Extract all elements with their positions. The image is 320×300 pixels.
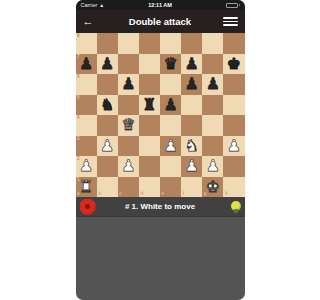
rank-label-1: 1 (77, 178, 80, 183)
piece-black-pawn[interactable]: ♟ (100, 56, 114, 72)
piece-white-knight[interactable]: ♞ (185, 138, 199, 154)
square-c6[interactable]: ♟ (118, 74, 139, 95)
piece-black-king[interactable]: ♚ (227, 56, 241, 72)
square-c8[interactable] (118, 33, 139, 54)
menu-button[interactable] (223, 17, 238, 26)
square-g2[interactable]: ♟ (202, 156, 223, 177)
rank-label-6: 6 (77, 75, 80, 80)
piece-white-queen[interactable]: ♛ (121, 117, 135, 133)
square-a5[interactable]: 5 (76, 95, 97, 116)
piece-white-pawn[interactable]: ♟ (121, 158, 135, 174)
file-label-c: c (119, 192, 122, 197)
piece-white-king[interactable]: ♚ (206, 179, 220, 195)
status-bar: Carrier ▲ 12:11 AM (76, 0, 245, 10)
square-e3[interactable]: ♟ (160, 136, 181, 157)
square-d3[interactable] (139, 136, 160, 157)
square-a6[interactable]: 6 (76, 74, 97, 95)
square-f3[interactable]: ♞ (181, 136, 202, 157)
square-d4[interactable] (139, 115, 160, 136)
rank-label-8: 8 (77, 34, 80, 39)
square-f6[interactable]: ♟ (181, 74, 202, 95)
square-f1[interactable]: f (181, 177, 202, 198)
hint-button[interactable] (231, 201, 241, 213)
nav-bar: ← Double attack (76, 10, 245, 33)
piece-black-pawn[interactable]: ♟ (185, 76, 199, 92)
piece-black-pawn[interactable]: ♟ (185, 56, 199, 72)
square-e4[interactable] (160, 115, 181, 136)
back-button[interactable]: ← (83, 16, 94, 27)
square-c5[interactable] (118, 95, 139, 116)
lightbulb-base-icon (234, 209, 238, 213)
square-e1[interactable]: e (160, 177, 181, 198)
square-d7[interactable] (139, 54, 160, 75)
square-h5[interactable] (223, 95, 244, 116)
piece-white-pawn[interactable]: ♟ (227, 138, 241, 154)
piece-white-rook[interactable]: ♜ (79, 179, 93, 195)
square-d8[interactable] (139, 33, 160, 54)
piece-black-pawn[interactable]: ♟ (79, 56, 93, 72)
square-b3[interactable]: ♟ (97, 136, 118, 157)
square-d1[interactable]: d (139, 177, 160, 198)
file-label-f: f (183, 192, 185, 197)
square-e5[interactable]: ♟ (160, 95, 181, 116)
clock-label: 12:11 AM (76, 2, 245, 8)
square-f2[interactable]: ♟ (181, 156, 202, 177)
piece-black-pawn[interactable]: ♟ (206, 76, 220, 92)
piece-white-pawn[interactable]: ♟ (79, 158, 93, 174)
square-a2[interactable]: 2♟ (76, 156, 97, 177)
square-c4[interactable]: ♛ (118, 115, 139, 136)
rank-label-2: 2 (77, 157, 80, 162)
square-a4[interactable]: 4 (76, 115, 97, 136)
file-label-g: g (204, 192, 207, 197)
move-status-label: # 1. White to move (76, 202, 245, 211)
square-b4[interactable] (97, 115, 118, 136)
square-a1[interactable]: 1a♜ (76, 177, 97, 198)
square-f7[interactable]: ♟ (181, 54, 202, 75)
square-b8[interactable] (97, 33, 118, 54)
square-b5[interactable]: ♞ (97, 95, 118, 116)
file-label-b: b (98, 192, 101, 197)
file-label-a: a (77, 192, 80, 197)
stop-button[interactable] (80, 199, 96, 215)
square-g7[interactable] (202, 54, 223, 75)
square-d5[interactable]: ♜ (139, 95, 160, 116)
rank-label-3: 3 (77, 137, 80, 142)
square-a7[interactable]: 7♟ (76, 54, 97, 75)
piece-black-rook[interactable]: ♜ (142, 97, 156, 113)
square-d6[interactable] (139, 74, 160, 95)
control-bar: # 1. White to move (76, 197, 245, 217)
square-h2[interactable] (223, 156, 244, 177)
square-b7[interactable]: ♟ (97, 54, 118, 75)
square-c1[interactable]: c (118, 177, 139, 198)
square-f4[interactable] (181, 115, 202, 136)
piece-white-pawn[interactable]: ♟ (206, 158, 220, 174)
piece-white-pawn[interactable]: ♟ (100, 138, 114, 154)
square-h8[interactable] (223, 33, 244, 54)
page-title: Double attack (76, 16, 245, 27)
square-c2[interactable]: ♟ (118, 156, 139, 177)
square-c3[interactable] (118, 136, 139, 157)
square-g1[interactable]: g♚ (202, 177, 223, 198)
square-e6[interactable] (160, 74, 181, 95)
square-h3[interactable]: ♟ (223, 136, 244, 157)
rank-label-7: 7 (77, 55, 80, 60)
file-label-h: h (225, 192, 228, 197)
piece-black-pawn[interactable]: ♟ (121, 76, 135, 92)
square-h1[interactable]: h (223, 177, 244, 198)
file-label-e: e (162, 192, 165, 197)
piece-black-queen[interactable]: ♛ (163, 56, 177, 72)
square-h7[interactable]: ♚ (223, 54, 244, 75)
square-f8[interactable] (181, 33, 202, 54)
file-label-d: d (140, 192, 143, 197)
square-d2[interactable] (139, 156, 160, 177)
battery-icon (226, 3, 238, 8)
rank-label-4: 4 (77, 116, 80, 121)
piece-black-knight[interactable]: ♞ (100, 97, 114, 113)
square-g6[interactable]: ♟ (202, 74, 223, 95)
square-h4[interactable] (223, 115, 244, 136)
square-e7[interactable]: ♛ (160, 54, 181, 75)
square-f5[interactable] (181, 95, 202, 116)
square-a8[interactable]: 8 (76, 33, 97, 54)
square-b1[interactable]: b (97, 177, 118, 198)
square-g8[interactable] (202, 33, 223, 54)
square-e8[interactable] (160, 33, 181, 54)
square-g3[interactable] (202, 136, 223, 157)
square-h6[interactable] (223, 74, 244, 95)
square-g5[interactable] (202, 95, 223, 116)
rank-label-5: 5 (77, 96, 80, 101)
piece-white-pawn[interactable]: ♟ (163, 138, 177, 154)
piece-white-pawn[interactable]: ♟ (185, 158, 199, 174)
square-b2[interactable] (97, 156, 118, 177)
square-a3[interactable]: 3 (76, 136, 97, 157)
square-c7[interactable] (118, 54, 139, 75)
chess-board: 87♟♟♛♟♚6♟♟♟5♞♜♟4♛3♟♟♞♟2♟♟♟♟1a♜bcdefg♚h (76, 33, 245, 197)
piece-black-pawn[interactable]: ♟ (163, 97, 177, 113)
square-e2[interactable] (160, 156, 181, 177)
square-b6[interactable] (97, 74, 118, 95)
square-g4[interactable] (202, 115, 223, 136)
app-screen: Carrier ▲ 12:11 AM ← Double attack 87♟♟♛… (76, 0, 245, 300)
